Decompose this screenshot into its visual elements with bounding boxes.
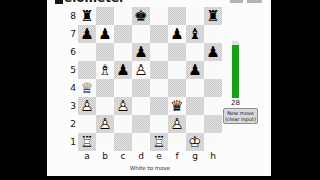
piece-white-pawn[interactable]: ♟♙: [114, 97, 132, 115]
turn-indicator: White to move: [78, 165, 222, 171]
file-label-f: f: [168, 151, 186, 161]
piece-glyph: ♟: [168, 25, 186, 43]
square-e4[interactable]: [150, 79, 168, 97]
square-d4[interactable]: [132, 79, 150, 97]
square-b6[interactable]: [96, 43, 114, 61]
rank-label-5: 5: [65, 61, 76, 79]
square-g4[interactable]: [186, 79, 204, 97]
square-d2[interactable]: [132, 115, 150, 133]
piece-glyph-outline: ♙: [114, 97, 132, 115]
progress-bar: [232, 41, 239, 98]
piece-glyph: ♟: [78, 25, 96, 43]
piece-white-bishop[interactable]: ♝♗: [96, 61, 114, 79]
square-f2[interactable]: ♟♙: [168, 115, 186, 133]
square-h2[interactable]: [204, 115, 222, 133]
square-f6[interactable]: [168, 43, 186, 61]
rank-label-4: 4: [65, 79, 76, 97]
square-a1[interactable]: ♜♖: [78, 133, 96, 151]
file-label-a: a: [78, 151, 96, 161]
square-h1[interactable]: [204, 133, 222, 151]
rank-label-3: 3: [65, 97, 76, 115]
square-e8[interactable]: [150, 7, 168, 25]
square-e2[interactable]: [150, 115, 168, 133]
square-a3[interactable]: ♟♙: [78, 97, 96, 115]
square-d5[interactable]: ♟♙: [132, 61, 150, 79]
piece-black-pawn[interactable]: ♟: [78, 25, 96, 43]
piece-glyph: ♜: [204, 7, 222, 25]
piece-black-pawn[interactable]: ♟: [132, 43, 150, 61]
square-c8[interactable]: [114, 7, 132, 25]
piece-black-pawn[interactable]: ♟: [96, 25, 114, 43]
square-c1[interactable]: [114, 133, 132, 151]
square-a6[interactable]: [78, 43, 96, 61]
square-b8[interactable]: [96, 7, 114, 25]
square-f3[interactable]: ♛: [168, 97, 186, 115]
logo-icon: [55, 0, 63, 4]
square-g5[interactable]: ♟: [186, 61, 204, 79]
square-g8[interactable]: [186, 7, 204, 25]
square-d8[interactable]: ♚: [132, 7, 150, 25]
piece-glyph-outline: ♖: [150, 133, 168, 151]
piece-black-bishop[interactable]: ♝: [186, 25, 204, 43]
square-f1[interactable]: [168, 133, 186, 151]
square-c5[interactable]: ♟: [114, 61, 132, 79]
piece-black-pawn[interactable]: ♟: [114, 61, 132, 79]
piece-glyph: ♟: [132, 43, 150, 61]
square-a5[interactable]: [78, 61, 96, 79]
square-d1[interactable]: [132, 133, 150, 151]
file-label-d: d: [132, 151, 150, 161]
page-content: elometer 87654321 ♜♚♜♟♟♟♝♟♟♝♗♟♟♙♟♛♕♟♙♟♙♛…: [47, 0, 271, 176]
file-label-b: b: [96, 151, 114, 161]
square-g7[interactable]: ♝: [186, 25, 204, 43]
piece-glyph: ♟: [204, 43, 222, 61]
rank-label-1: 1: [65, 133, 76, 151]
square-h3[interactable]: [204, 97, 222, 115]
square-b7[interactable]: ♟: [96, 25, 114, 43]
square-e1[interactable]: ♜♖: [150, 133, 168, 151]
piece-glyph-outline: ♕: [78, 79, 96, 97]
piece-glyph: ♛: [168, 97, 186, 115]
piece-black-king[interactable]: ♚: [132, 7, 150, 25]
square-a4[interactable]: ♛♕: [78, 79, 96, 97]
piece-black-rook[interactable]: ♜: [78, 7, 96, 25]
square-e3[interactable]: [150, 97, 168, 115]
square-e5[interactable]: [150, 61, 168, 79]
piece-black-rook[interactable]: ♜: [204, 7, 222, 25]
piece-white-king[interactable]: ♚♔: [186, 133, 204, 151]
logo-wordmark: elometer: [64, 0, 124, 5]
square-b2[interactable]: ♟♙: [96, 115, 114, 133]
piece-white-rook[interactable]: ♜♖: [78, 133, 96, 151]
piece-glyph-outline: ♖: [78, 133, 96, 151]
piece-glyph: ♚: [132, 7, 150, 25]
square-e6[interactable]: [150, 43, 168, 61]
rank-label-7: 7: [65, 25, 76, 43]
piece-white-rook[interactable]: ♜♖: [150, 133, 168, 151]
square-b5[interactable]: ♝♗: [96, 61, 114, 79]
piece-black-pawn[interactable]: ♟: [168, 25, 186, 43]
square-h7[interactable]: [204, 25, 222, 43]
rank-labels: 87654321: [65, 7, 76, 151]
piece-white-pawn[interactable]: ♟♙: [78, 97, 96, 115]
piece-white-queen[interactable]: ♛♕: [78, 79, 96, 97]
piece-glyph-outline: ♙: [96, 115, 114, 133]
square-h8[interactable]: ♜: [204, 7, 222, 25]
square-c4[interactable]: [114, 79, 132, 97]
file-label-h: h: [204, 151, 222, 161]
piece-glyph: ♜: [78, 7, 96, 25]
piece-glyph-outline: ♙: [168, 115, 186, 133]
square-f8[interactable]: [168, 7, 186, 25]
logo-text: elometer: [64, 0, 124, 5]
piece-white-pawn[interactable]: ♟♙: [168, 115, 186, 133]
piece-glyph: ♟: [186, 61, 204, 79]
square-h5[interactable]: [204, 61, 222, 79]
square-b4[interactable]: [96, 79, 114, 97]
square-f5[interactable]: [168, 61, 186, 79]
square-a7[interactable]: ♟: [78, 25, 96, 43]
piece-black-pawn[interactable]: ♟: [204, 43, 222, 61]
square-d7[interactable]: [132, 25, 150, 43]
square-g3[interactable]: [186, 97, 204, 115]
chess-board[interactable]: ♜♚♜♟♟♟♝♟♟♝♗♟♟♙♟♛♕♟♙♟♙♛♟♙♟♙♜♖♜♖♚♔: [78, 7, 222, 151]
piece-glyph-outline: ♔: [186, 133, 204, 151]
piece-black-pawn[interactable]: ♟: [186, 61, 204, 79]
square-c7[interactable]: [114, 25, 132, 43]
progress-count: 28: [227, 99, 244, 107]
file-label-g: g: [186, 151, 204, 161]
square-f4[interactable]: [168, 79, 186, 97]
piece-white-pawn[interactable]: ♟♙: [132, 61, 150, 79]
piece-black-queen[interactable]: ♛: [168, 97, 186, 115]
header-link-remnant[interactable]: [230, 0, 243, 3]
piece-glyph: ♝: [186, 25, 204, 43]
square-c2[interactable]: [114, 115, 132, 133]
square-h4[interactable]: [204, 79, 222, 97]
square-c3[interactable]: ♟♙: [114, 97, 132, 115]
square-d6[interactable]: ♟: [132, 43, 150, 61]
piece-glyph-outline: ♙: [132, 61, 150, 79]
square-g2[interactable]: [186, 115, 204, 133]
square-a8[interactable]: ♜: [78, 7, 96, 25]
piece-glyph-outline: ♗: [96, 61, 114, 79]
piece-glyph-outline: ♙: [78, 97, 96, 115]
square-c6[interactable]: [114, 43, 132, 61]
new-move-button-line2: (clear input): [224, 116, 257, 122]
header-link-remnant[interactable]: [247, 0, 262, 3]
square-h6[interactable]: ♟: [204, 43, 222, 61]
piece-white-pawn[interactable]: ♟♙: [96, 115, 114, 133]
file-label-c: c: [114, 151, 132, 161]
square-a2[interactable]: [78, 115, 96, 133]
progress-bar-fill: [232, 45, 239, 98]
rank-label-6: 6: [65, 43, 76, 61]
square-e7[interactable]: [150, 25, 168, 43]
piece-glyph: ♟: [96, 25, 114, 43]
square-b3[interactable]: [96, 97, 114, 115]
rank-label-8: 8: [65, 7, 76, 25]
file-labels: abcdefgh: [78, 151, 222, 161]
square-d3[interactable]: [132, 97, 150, 115]
piece-glyph: ♟: [114, 61, 132, 79]
square-g6[interactable]: [186, 43, 204, 61]
square-b1[interactable]: [96, 133, 114, 151]
square-g1[interactable]: ♚♔: [186, 133, 204, 151]
rank-label-2: 2: [65, 115, 76, 133]
new-move-button[interactable]: New move (clear input): [223, 108, 258, 124]
file-label-e: e: [150, 151, 168, 161]
square-f7[interactable]: ♟: [168, 25, 186, 43]
